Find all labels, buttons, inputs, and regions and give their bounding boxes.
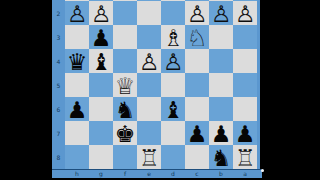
square-a3[interactable] [233,25,257,49]
square-e5[interactable] [137,73,161,97]
square-e6[interactable] [137,97,161,121]
rank-label-5: 5 [54,82,63,89]
square-f4[interactable] [113,49,137,73]
square-a5[interactable] [233,73,257,97]
square-g3[interactable]: ♟ [89,25,113,49]
piece-wP-g2[interactable]: ♙ [91,2,112,26]
square-b3[interactable] [209,25,233,49]
square-h6[interactable]: ♟ [65,97,89,121]
square-a4[interactable] [233,49,257,73]
piece-wQ-f5[interactable]: ♕ [115,74,136,98]
square-c6[interactable] [185,97,209,121]
square-f8[interactable] [113,145,137,169]
square-e8[interactable]: ♖ [137,145,161,169]
square-h8[interactable] [65,145,89,169]
square-a7[interactable]: ♟ [233,121,257,145]
piece-bB-d6[interactable]: ♝ [163,98,184,122]
rank-label-8: 8 [54,154,63,161]
piece-bP-h6[interactable]: ♟ [67,98,88,122]
square-b4[interactable] [209,49,233,73]
file-label-a: a [233,170,257,177]
square-f2[interactable] [113,1,137,25]
file-label-b: b [209,170,233,177]
file-label-e: e [137,170,161,177]
square-c8[interactable] [185,145,209,169]
piece-bN-b8[interactable]: ♞ [211,146,232,170]
square-h2[interactable]: ♙ [65,1,89,25]
piece-bK-f7[interactable]: ♚ [115,122,136,146]
square-g8[interactable] [89,145,113,169]
file-label-h: h [65,170,89,177]
piece-bP-g3[interactable]: ♟ [91,26,112,50]
square-a6[interactable] [233,97,257,121]
rank-label-2: 2 [54,10,63,17]
piece-wP-c2[interactable]: ♙ [187,2,208,26]
square-f7[interactable]: ♚ [113,121,137,145]
square-g7[interactable] [89,121,113,145]
square-g2[interactable]: ♙ [89,1,113,25]
rank-label-4: 4 [54,58,63,65]
board-frame-right-strip [257,0,260,169]
white-dot [261,169,264,172]
square-c2[interactable]: ♙ [185,1,209,25]
square-c4[interactable] [185,49,209,73]
piece-wP-b2[interactable]: ♙ [211,2,232,26]
square-e4[interactable]: ♙ [137,49,161,73]
square-f6[interactable]: ♞ [113,97,137,121]
square-d6[interactable]: ♝ [161,97,185,121]
square-f3[interactable] [113,25,137,49]
rank-label-3: 3 [54,34,63,41]
square-a8[interactable]: ♖ [233,145,257,169]
square-b8[interactable]: ♞ [209,145,233,169]
square-e2[interactable] [137,1,161,25]
file-label-f: f [113,170,137,177]
square-h4[interactable]: ♛ [65,49,89,73]
piece-bB-g4[interactable]: ♝ [91,50,112,74]
rank-label-6: 6 [54,106,63,113]
piece-bN-f6[interactable]: ♞ [115,98,136,122]
piece-bP-c7[interactable]: ♟ [187,122,208,146]
square-d7[interactable] [161,121,185,145]
square-g5[interactable] [89,73,113,97]
piece-wR-e8[interactable]: ♖ [139,146,160,170]
piece-wP-d4[interactable]: ♙ [163,50,184,74]
square-h3[interactable] [65,25,89,49]
piece-bQ-h4[interactable]: ♛ [67,50,88,74]
square-d2[interactable] [161,1,185,25]
rank-label-7: 7 [54,130,63,137]
square-a2[interactable]: ♙ [233,1,257,25]
square-d8[interactable] [161,145,185,169]
square-b5[interactable] [209,73,233,97]
piece-wP-h2[interactable]: ♙ [67,2,88,26]
square-c7[interactable]: ♟ [185,121,209,145]
square-h5[interactable] [65,73,89,97]
piece-wP-a2[interactable]: ♙ [235,2,256,26]
piece-bP-b7[interactable]: ♟ [211,122,232,146]
square-e3[interactable] [137,25,161,49]
square-b2[interactable]: ♙ [209,1,233,25]
chess-board: ♖♔♙♙♙♙♙♟♗♘♛♝♙♙♕♟♞♝♚♟♟♟♖♞♖ [65,0,257,169]
piece-wN-c3[interactable]: ♘ [187,26,208,50]
piece-wP-e4[interactable]: ♙ [139,50,160,74]
piece-bP-a7[interactable]: ♟ [235,122,256,146]
square-c3[interactable]: ♘ [185,25,209,49]
square-g4[interactable]: ♝ [89,49,113,73]
file-label-g: g [89,170,113,177]
square-d4[interactable]: ♙ [161,49,185,73]
square-b6[interactable] [209,97,233,121]
square-d5[interactable] [161,73,185,97]
square-c5[interactable] [185,73,209,97]
square-g6[interactable] [89,97,113,121]
video-frame: ♖♔♙♙♙♙♙♟♗♘♛♝♙♙♕♟♞♝♚♟♟♟♖♞♖ hgfedcba234567… [0,0,320,180]
piece-wB-d3[interactable]: ♗ [163,26,184,50]
square-b7[interactable]: ♟ [209,121,233,145]
square-e7[interactable] [137,121,161,145]
square-f5[interactable]: ♕ [113,73,137,97]
file-label-d: d [161,170,185,177]
piece-wR-a8[interactable]: ♖ [235,146,256,170]
file-label-c: c [185,170,209,177]
square-h7[interactable] [65,121,89,145]
square-d3[interactable]: ♗ [161,25,185,49]
